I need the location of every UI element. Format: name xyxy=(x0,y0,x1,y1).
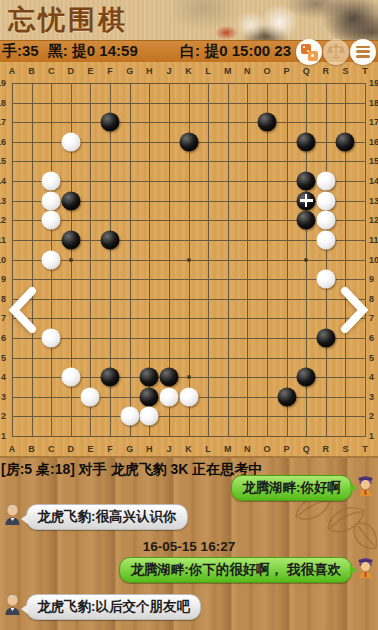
column-label: R xyxy=(319,443,333,455)
row-label: 18 xyxy=(369,97,378,109)
grid-line xyxy=(287,83,288,437)
stone-white xyxy=(42,191,61,210)
grid-line xyxy=(365,83,366,437)
avatar xyxy=(355,557,376,579)
prev-move-button[interactable] xyxy=(6,284,38,340)
row-label: 12 xyxy=(369,214,378,226)
stone-white xyxy=(61,368,80,387)
grid-line xyxy=(12,358,366,359)
row-label: 10 xyxy=(0,254,6,266)
grid-line xyxy=(12,299,366,300)
stone-white xyxy=(316,270,335,289)
chat-bubble: 龙虎飞豹:以后交个朋友吧 xyxy=(26,594,201,620)
column-label: E xyxy=(83,65,97,77)
column-label: J xyxy=(162,443,176,455)
column-label: T xyxy=(358,65,372,77)
column-label: T xyxy=(358,443,372,455)
stone-white xyxy=(42,250,61,269)
stone-white xyxy=(81,387,100,406)
column-label: M xyxy=(221,65,235,77)
column-label: N xyxy=(240,443,254,455)
stone-black xyxy=(101,230,120,249)
stone-black xyxy=(101,368,120,387)
stone-black xyxy=(316,328,335,347)
column-label: R xyxy=(319,65,333,77)
grid-line xyxy=(247,83,248,437)
row-label: 2 xyxy=(369,410,378,422)
avatar xyxy=(2,594,23,616)
stone-black xyxy=(297,368,316,387)
scales-icon xyxy=(327,43,345,60)
row-label: 18 xyxy=(0,97,6,109)
chat-message-row: 龙虎飞豹:很高兴认识你 xyxy=(0,504,378,530)
column-label: K xyxy=(182,443,196,455)
column-label: S xyxy=(338,65,352,77)
banner-painting xyxy=(173,0,378,40)
grid-line xyxy=(326,83,327,437)
stone-black xyxy=(336,132,355,151)
black-player-status: 黑: 提0 14:59 xyxy=(48,42,138,61)
row-label: 14 xyxy=(0,175,6,187)
column-label: H xyxy=(142,65,156,77)
grid-line xyxy=(12,436,366,437)
grid-line xyxy=(12,338,366,339)
white-player-status: 白: 提0 15:00 23 xyxy=(180,42,291,61)
row-label: 14 xyxy=(369,175,378,187)
grid-line xyxy=(12,318,366,319)
stone-black xyxy=(297,132,316,151)
stone-white xyxy=(316,191,335,210)
stone-black xyxy=(277,387,296,406)
column-label: S xyxy=(338,443,352,455)
menu-icon[interactable] xyxy=(350,39,376,65)
star-point xyxy=(187,258,191,262)
stone-white xyxy=(316,172,335,191)
stone-white xyxy=(120,407,139,426)
chat-timestamp: 16-05-15 16:27 xyxy=(143,539,235,554)
column-label: D xyxy=(64,443,78,455)
stone-black xyxy=(297,172,316,191)
status-bar: 手:35 黑: 提0 14:59 白: 提0 15:00 23 xyxy=(0,40,378,62)
chat-timestamp-row: 16-05-15 16:27 xyxy=(0,539,378,554)
row-label: 15 xyxy=(369,155,378,167)
column-label: O xyxy=(260,443,274,455)
grid-line xyxy=(228,83,229,437)
stone-white xyxy=(42,172,61,191)
app-title: 忘忧围棋 xyxy=(8,2,128,38)
chat-bubble: 龙腾湖畔:你好啊 xyxy=(231,475,352,501)
row-label: 15 xyxy=(0,155,6,167)
stone-white xyxy=(179,387,198,406)
row-label: 11 xyxy=(369,234,378,246)
column-label: B xyxy=(25,443,39,455)
stone-black xyxy=(297,211,316,230)
stone-black xyxy=(61,230,80,249)
move-counter: 手:35 xyxy=(2,42,39,61)
row-label: 2 xyxy=(0,410,6,422)
column-label: Q xyxy=(299,443,313,455)
column-label: G xyxy=(123,443,137,455)
stone-black xyxy=(61,191,80,210)
avatar xyxy=(2,504,23,526)
chat-message-row: 龙腾湖畔:你下的很好啊， 我很喜欢 xyxy=(0,557,378,583)
grid-line xyxy=(208,83,209,437)
column-label: B xyxy=(25,65,39,77)
stone-black xyxy=(101,113,120,132)
row-label: 19 xyxy=(369,77,378,89)
dice-icon xyxy=(308,51,318,61)
row-label: 1 xyxy=(0,430,6,442)
stone-white xyxy=(316,230,335,249)
row-label: 16 xyxy=(369,136,378,148)
grid-line xyxy=(12,279,366,280)
column-label: F xyxy=(103,65,117,77)
stone-black xyxy=(297,191,316,210)
column-label: A xyxy=(5,65,19,77)
stone-white xyxy=(316,211,335,230)
chat-message-row: 龙腾湖畔:你好啊 xyxy=(0,475,378,501)
row-label: 5 xyxy=(0,352,6,364)
stone-black xyxy=(140,387,159,406)
column-label: P xyxy=(280,443,294,455)
chevron-left-icon xyxy=(6,284,38,336)
row-label: 10 xyxy=(369,254,378,266)
row-label: 17 xyxy=(0,116,6,128)
column-label: P xyxy=(280,65,294,77)
stone-white xyxy=(140,407,159,426)
column-label: Q xyxy=(299,65,313,77)
stone-black xyxy=(179,132,198,151)
column-label: H xyxy=(142,443,156,455)
column-label: C xyxy=(44,443,58,455)
stone-white xyxy=(42,328,61,347)
trial-play-icon[interactable] xyxy=(296,39,322,65)
stone-black xyxy=(140,368,159,387)
app-screen: 忘忧围棋 手:35 黑: 提0 14:59 白: 提0 15:00 23 xyxy=(0,0,378,630)
row-label: 1 xyxy=(369,430,378,442)
row-label: 19 xyxy=(0,77,6,89)
score-estimate-icon[interactable] xyxy=(323,39,349,65)
star-point xyxy=(187,375,191,379)
chat-bubble: 龙腾湖畔:你下的很好啊， 我很喜欢 xyxy=(119,557,352,583)
chat-bubble: 龙虎飞豹:很高兴认识你 xyxy=(26,504,188,530)
row-label: 13 xyxy=(369,195,378,207)
next-move-button[interactable] xyxy=(339,284,371,340)
row-label: 13 xyxy=(0,195,6,207)
column-label: N xyxy=(240,65,254,77)
row-label: 16 xyxy=(0,136,6,148)
star-point xyxy=(69,258,73,262)
stone-black xyxy=(159,368,178,387)
column-label: A xyxy=(5,443,19,455)
stone-white xyxy=(42,211,61,230)
column-label: E xyxy=(83,443,97,455)
stone-white xyxy=(61,132,80,151)
star-point xyxy=(304,258,308,262)
column-label: L xyxy=(201,65,215,77)
go-board[interactable]: AA1919BB1818CC1717DD1616EE1515FF1414GG13… xyxy=(0,62,378,458)
column-label: K xyxy=(182,65,196,77)
chevron-right-icon xyxy=(339,284,371,336)
row-label: 12 xyxy=(0,214,6,226)
app-banner: 忘忧围棋 xyxy=(0,0,378,40)
stone-black xyxy=(257,113,276,132)
column-label: M xyxy=(221,443,235,455)
column-label: J xyxy=(162,65,176,77)
avatar xyxy=(355,475,376,497)
row-label: 17 xyxy=(369,116,378,128)
row-label: 5 xyxy=(369,352,378,364)
hamburger-icon xyxy=(356,46,370,58)
last-move-marker xyxy=(300,194,313,207)
column-label: L xyxy=(201,443,215,455)
chat-message-row: 龙虎飞豹:以后交个朋友吧 xyxy=(0,594,378,620)
row-label: 3 xyxy=(0,391,6,403)
row-label: 4 xyxy=(0,371,6,383)
column-label: F xyxy=(103,443,117,455)
row-label: 3 xyxy=(369,391,378,403)
row-label: 11 xyxy=(0,234,6,246)
stone-white xyxy=(159,387,178,406)
column-label: D xyxy=(64,65,78,77)
grid-line xyxy=(267,83,268,437)
column-label: C xyxy=(44,65,58,77)
column-label: G xyxy=(123,65,137,77)
column-label: O xyxy=(260,65,274,77)
chat-area[interactable]: [房:5 桌:18] 对手 龙虎飞豹 3K 正在思考中 龙腾湖畔:你好啊龙虎飞豹… xyxy=(0,458,378,630)
grid-line xyxy=(12,416,366,417)
row-label: 4 xyxy=(369,371,378,383)
